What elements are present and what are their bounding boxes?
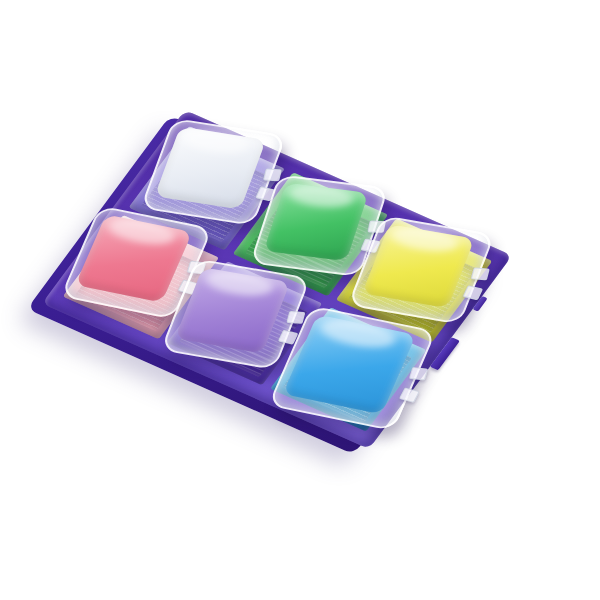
lid-latch-icon bbox=[409, 367, 429, 381]
box-contents bbox=[75, 214, 192, 302]
box-contents bbox=[175, 267, 290, 353]
box-contents bbox=[263, 183, 368, 261]
lid-latch-icon bbox=[471, 267, 490, 280]
lid-latch-icon bbox=[263, 168, 282, 181]
tray-body bbox=[42, 110, 512, 449]
lid-latch-icon bbox=[399, 387, 420, 402]
organizer-tray bbox=[42, 110, 512, 449]
tray-latch-tab bbox=[430, 337, 460, 370]
box-contents bbox=[283, 315, 416, 415]
lid-latch-icon bbox=[286, 311, 305, 324]
box-contents bbox=[362, 224, 474, 308]
product-photo bbox=[0, 0, 600, 600]
box-contents bbox=[155, 127, 266, 210]
